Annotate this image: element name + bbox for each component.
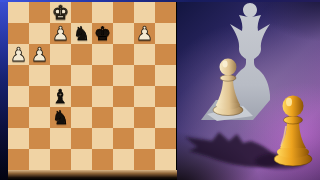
square-c1[interactable] [50, 149, 71, 170]
square-f4[interactable] [113, 86, 134, 107]
square-h4[interactable] [155, 86, 176, 107]
square-b3[interactable] [29, 107, 50, 128]
board-bottom-vignette [0, 170, 177, 180]
square-a5[interactable] [8, 65, 29, 86]
white-pawn[interactable]: ♟ [52, 24, 69, 43]
square-h6[interactable] [155, 44, 176, 65]
square-c6[interactable] [50, 44, 71, 65]
square-b1[interactable] [29, 149, 50, 170]
square-c2[interactable] [50, 128, 71, 149]
white-pawn[interactable]: ♟ [10, 45, 27, 64]
chess-board[interactable]: ♚♟♞♚♟♟♟♝♞ [8, 2, 176, 170]
square-e2[interactable] [92, 128, 113, 149]
square-d8[interactable] [71, 2, 92, 23]
promotion-artwork-panel [177, 0, 320, 180]
black-king[interactable]: ♚ [94, 24, 111, 43]
square-a8[interactable] [8, 2, 29, 23]
square-e1[interactable] [92, 149, 113, 170]
black-bishop[interactable]: ♝ [52, 87, 69, 106]
square-d6[interactable] [71, 44, 92, 65]
black-knight[interactable]: ♞ [73, 24, 90, 43]
square-e7[interactable]: ♚ [92, 23, 113, 44]
square-c8[interactable]: ♚ [50, 2, 71, 23]
square-f1[interactable] [113, 149, 134, 170]
square-g7[interactable]: ♟ [134, 23, 155, 44]
square-d5[interactable] [71, 65, 92, 86]
square-g6[interactable] [134, 44, 155, 65]
square-c4[interactable]: ♝ [50, 86, 71, 107]
square-g2[interactable] [134, 128, 155, 149]
square-a3[interactable] [8, 107, 29, 128]
square-e8[interactable] [92, 2, 113, 23]
square-h7[interactable] [155, 23, 176, 44]
square-d7[interactable]: ♞ [71, 23, 92, 44]
square-a1[interactable] [8, 149, 29, 170]
square-a6[interactable]: ♟ [8, 44, 29, 65]
left-border [0, 0, 8, 180]
square-f5[interactable] [113, 65, 134, 86]
black-knight[interactable]: ♞ [52, 108, 69, 127]
square-e3[interactable] [92, 107, 113, 128]
square-d4[interactable] [71, 86, 92, 107]
square-f2[interactable] [113, 128, 134, 149]
square-e4[interactable] [92, 86, 113, 107]
square-c7[interactable]: ♟ [50, 23, 71, 44]
white-pawn[interactable]: ♟ [31, 45, 48, 64]
square-c3[interactable]: ♞ [50, 107, 71, 128]
square-d1[interactable] [71, 149, 92, 170]
square-b2[interactable] [29, 128, 50, 149]
square-g4[interactable] [134, 86, 155, 107]
square-h8[interactable] [155, 2, 176, 23]
square-g5[interactable] [134, 65, 155, 86]
square-h3[interactable] [155, 107, 176, 128]
square-d2[interactable] [71, 128, 92, 149]
top-border [0, 0, 320, 2]
white-pawn[interactable]: ♟ [136, 24, 153, 43]
square-f8[interactable] [113, 2, 134, 23]
square-b5[interactable] [29, 65, 50, 86]
golden-pawn-figure [274, 96, 312, 167]
square-f7[interactable] [113, 23, 134, 44]
square-f6[interactable] [113, 44, 134, 65]
square-b8[interactable] [29, 2, 50, 23]
square-d3[interactable] [71, 107, 92, 128]
thumbnail: ♚♟♞♚♟♟♟♝♞ [0, 0, 320, 180]
square-h1[interactable] [155, 149, 176, 170]
promotion-artwork [177, 0, 320, 180]
square-a2[interactable] [8, 128, 29, 149]
square-e6[interactable] [92, 44, 113, 65]
square-e5[interactable] [92, 65, 113, 86]
square-b4[interactable] [29, 86, 50, 107]
square-g8[interactable] [134, 2, 155, 23]
square-b6[interactable]: ♟ [29, 44, 50, 65]
square-b7[interactable] [29, 23, 50, 44]
square-c5[interactable] [50, 65, 71, 86]
square-g1[interactable] [134, 149, 155, 170]
square-f3[interactable] [113, 107, 134, 128]
square-h2[interactable] [155, 128, 176, 149]
square-a7[interactable] [8, 23, 29, 44]
white-king[interactable]: ♚ [52, 3, 69, 22]
square-a4[interactable] [8, 86, 29, 107]
square-g3[interactable] [134, 107, 155, 128]
square-h5[interactable] [155, 65, 176, 86]
